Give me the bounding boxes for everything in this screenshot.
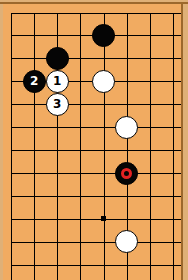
move-number-label: 3 [53,98,61,110]
marked-black-stone [115,162,138,185]
black-stone [92,24,115,47]
white-stone [115,230,138,253]
white-stone [115,116,138,139]
black-stone [46,47,69,70]
black-stone-move-2: 2 [23,70,46,93]
move-number-label: 2 [30,75,38,87]
white-stone-move-3: 3 [46,93,69,116]
intersection-grid: 213 [0,1,184,276]
white-stone-move-1: 1 [46,70,69,93]
move-number-label: 1 [53,75,61,87]
star-point [101,216,106,221]
red-circle-marker-icon [121,168,132,179]
white-stone [92,70,115,93]
go-board-diagram: 213 [0,0,188,280]
